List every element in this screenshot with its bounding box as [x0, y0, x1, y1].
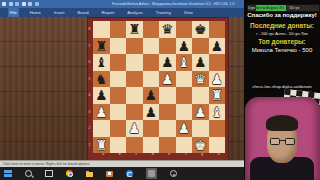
white-piece-r[interactable]: ♜	[211, 87, 223, 104]
square-d7[interactable]	[143, 38, 160, 55]
search-icon[interactable]	[25, 170, 32, 177]
black-piece-p[interactable]: ♟	[145, 104, 157, 121]
white-piece-q[interactable]: ♛	[194, 71, 206, 88]
square-a7[interactable]: ♜	[93, 38, 110, 55]
square-g7[interactable]	[192, 38, 209, 55]
square-h5[interactable]: ♟	[209, 71, 226, 88]
square-g5[interactable]: ♛	[192, 71, 209, 88]
board-grid[interactable]: ♜♛♚♜♟♟♝♟♝♟♞♟♛♟♟♟♜♟♟♟♝♟♟♜♚	[93, 21, 225, 153]
square-c1[interactable]	[126, 137, 143, 154]
start-icon[interactable]	[4, 170, 12, 178]
square-h2[interactable]	[209, 120, 226, 137]
webcam-panel: 0 грн Виктор Андреев 375 500 грн Спасибо…	[244, 0, 320, 180]
rank-label-4: 4	[88, 87, 92, 104]
ribbon-tab-report[interactable]: Report	[100, 8, 117, 17]
square-c7[interactable]	[126, 38, 143, 55]
square-b1[interactable]	[110, 137, 127, 154]
rank-label-1: 1	[88, 137, 92, 154]
print-icon[interactable]	[22, 2, 26, 6]
donation-progress-bar: 0 грн Виктор Андреев 375 500 грн	[247, 4, 320, 12]
donation-bar-min: 0 грн	[248, 5, 256, 11]
square-b3[interactable]	[110, 104, 127, 121]
chessbase-window: FernandoStefani,Adrian - Megapanov,chess…	[0, 0, 244, 180]
square-e5[interactable]: ♟	[159, 71, 176, 88]
streamer-hair	[266, 115, 298, 131]
square-b2[interactable]	[110, 120, 127, 137]
file-label-c: c	[128, 152, 145, 156]
square-h8[interactable]	[209, 21, 226, 38]
taskview-icon[interactable]	[45, 170, 53, 177]
square-d8[interactable]	[143, 21, 160, 38]
square-h6[interactable]	[209, 54, 226, 71]
square-b7[interactable]	[110, 38, 127, 55]
white-piece-r[interactable]: ♜	[95, 137, 107, 154]
rank-label-2: 2	[88, 120, 92, 137]
top-donors-title: Топ донатеры:	[244, 38, 320, 45]
ribbon-tab-board[interactable]: Board	[75, 8, 90, 17]
square-a1[interactable]: ♜	[93, 137, 110, 154]
active-app-icon[interactable]	[146, 168, 157, 179]
ribbon-tab-analysis[interactable]: Analysis	[125, 8, 145, 17]
square-b5[interactable]	[110, 71, 127, 88]
white-piece-p[interactable]: ♟	[128, 120, 140, 137]
thanks-text: Спасибо за поддержку!	[244, 12, 320, 18]
donation-bar-goal: 500 грн	[289, 5, 319, 11]
square-e4[interactable]	[159, 87, 176, 104]
white-piece-b[interactable]: ♝	[211, 104, 223, 121]
windows-taskbar[interactable]	[0, 167, 244, 180]
white-piece-p[interactable]: ♟	[95, 104, 107, 121]
ribbon-tab-file[interactable]: File	[8, 8, 19, 17]
black-piece-r[interactable]: ♜	[95, 38, 107, 55]
save-icon[interactable]	[15, 2, 19, 6]
black-piece-p[interactable]: ♟	[178, 38, 190, 55]
file-label-h: h	[211, 152, 228, 156]
ribbon-tab-view[interactable]: View	[182, 8, 195, 17]
file-label-a: a	[95, 152, 112, 156]
new-icon[interactable]	[2, 2, 6, 6]
rank-label-5: 5	[88, 71, 92, 88]
file-label-d: d	[145, 152, 162, 156]
black-piece-n[interactable]: ♞	[95, 71, 107, 88]
white-piece-p[interactable]: ♟	[194, 104, 206, 121]
white-piece-p[interactable]: ♟	[211, 71, 223, 88]
square-a2[interactable]	[93, 120, 110, 137]
chess-board[interactable]: ♜♛♚♜♟♟♝♟♝♟♞♟♛♟♟♟♜♟♟♟♝♟♟♜♚	[87, 17, 229, 161]
square-h3[interactable]: ♝	[209, 104, 226, 121]
open-icon[interactable]	[9, 2, 13, 6]
square-d6[interactable]	[143, 54, 160, 71]
square-h4[interactable]: ♜	[209, 87, 226, 104]
glasses-lens-right	[285, 138, 295, 145]
edge-icon[interactable]	[126, 170, 133, 177]
white-piece-b[interactable]: ♝	[178, 54, 190, 71]
square-b4[interactable]	[110, 87, 127, 104]
streamer-glasses	[269, 138, 296, 146]
square-e2[interactable]	[159, 120, 176, 137]
square-b6[interactable]	[110, 54, 127, 71]
black-piece-p[interactable]: ♟	[145, 87, 157, 104]
black-piece-b[interactable]: ♝	[95, 54, 107, 71]
quick-access-toolbar[interactable]	[2, 2, 39, 6]
black-piece-r[interactable]: ♜	[128, 21, 140, 38]
square-f4[interactable]	[176, 87, 193, 104]
undo-icon[interactable]	[28, 2, 32, 6]
square-f3[interactable]	[176, 104, 193, 121]
donate-url: chess-fan-shop.diaka.ua/donate	[244, 84, 320, 89]
square-g1[interactable]: ♚	[192, 137, 209, 154]
square-g8[interactable]: ♚	[192, 21, 209, 38]
square-h1[interactable]	[209, 137, 226, 154]
square-d3[interactable]: ♟	[143, 104, 160, 121]
rank-labels: 87654321	[88, 21, 92, 153]
store-icon[interactable]	[106, 171, 113, 178]
square-f8[interactable]	[176, 21, 193, 38]
window-title: FernandoStefani,Adrian - Megapanov,chess…	[112, 2, 240, 6]
square-c3[interactable]	[126, 104, 143, 121]
white-piece-p[interactable]: ♟	[178, 120, 190, 137]
folder-icon[interactable]	[86, 172, 93, 177]
square-c4[interactable]	[126, 87, 143, 104]
recent-donations-line: г - 100 грн Антон - 50 грн Лев	[244, 32, 320, 36]
title-bar[interactable]: FernandoStefani,Adrian - Megapanov,chess…	[0, 0, 244, 8]
square-d5[interactable]	[143, 71, 160, 88]
square-h7[interactable]: ♟	[209, 38, 226, 55]
square-a8[interactable]	[93, 21, 110, 38]
ribbon-tab-training[interactable]: Training	[154, 8, 173, 17]
chrome-icon[interactable]	[66, 170, 73, 177]
file-label-f: f	[178, 152, 195, 156]
rank-label-8: 8	[88, 21, 92, 38]
square-e1[interactable]	[159, 137, 176, 154]
status-bar: Click here to enter a move. Right-click …	[0, 160, 244, 167]
file-label-e: e	[161, 152, 178, 156]
square-f2[interactable]: ♟	[176, 120, 193, 137]
square-c2[interactable]: ♟	[126, 120, 143, 137]
square-d4[interactable]: ♟	[143, 87, 160, 104]
square-d1[interactable]	[143, 137, 160, 154]
rank-label-3: 3	[88, 104, 92, 121]
black-piece-p[interactable]: ♟	[95, 87, 107, 104]
square-a3[interactable]: ♟	[93, 104, 110, 121]
file-label-b: b	[112, 152, 129, 156]
square-e7[interactable]	[159, 38, 176, 55]
white-piece-k[interactable]: ♚	[194, 137, 206, 154]
square-f7[interactable]: ♟	[176, 38, 193, 55]
square-c8[interactable]: ♜	[126, 21, 143, 38]
ribbon-tab-insert[interactable]: Insert	[52, 8, 66, 17]
square-f6[interactable]: ♝	[176, 54, 193, 71]
square-a6[interactable]: ♝	[93, 54, 110, 71]
square-c6[interactable]	[126, 54, 143, 71]
file-labels: abcdefgh	[95, 152, 227, 156]
black-piece-p[interactable]: ♟	[211, 38, 223, 55]
rank-label-6: 6	[88, 54, 92, 71]
ribbon-tab-home[interactable]: Home	[28, 8, 43, 17]
square-d2[interactable]	[143, 120, 160, 137]
square-g3[interactable]: ♟	[192, 104, 209, 121]
donation-bar-current: Виктор Андреев 375	[256, 5, 289, 11]
square-a4[interactable]: ♟	[93, 87, 110, 104]
top-donor-line: Микола Тепичко - 500	[244, 47, 320, 53]
square-g4[interactable]	[192, 87, 209, 104]
square-f1[interactable]	[176, 137, 193, 154]
square-b8[interactable]	[110, 21, 127, 38]
square-e3[interactable]	[159, 104, 176, 121]
black-piece-p[interactable]: ♟	[194, 54, 206, 71]
square-c5[interactable]	[126, 71, 143, 88]
board-icon[interactable]	[35, 2, 39, 6]
recent-donations-title: Последние донаты:	[244, 22, 320, 29]
file-label-g: g	[194, 152, 211, 156]
black-piece-k[interactable]: ♚	[194, 21, 206, 38]
ribbon-tab-bar[interactable]: FileHomeInsertBoardReportAnalysisTrainin…	[0, 8, 244, 17]
square-a5[interactable]: ♞	[93, 71, 110, 88]
square-f5[interactable]	[176, 71, 193, 88]
square-g2[interactable]	[192, 120, 209, 137]
circle-icon[interactable]	[170, 170, 177, 177]
square-e8[interactable]: ♛	[159, 21, 176, 38]
black-piece-p[interactable]: ♟	[161, 54, 173, 71]
white-piece-p[interactable]: ♟	[161, 71, 173, 88]
black-piece-q[interactable]: ♛	[161, 21, 173, 38]
square-e6[interactable]: ♟	[159, 54, 176, 71]
square-g6[interactable]: ♟	[192, 54, 209, 71]
glasses-lens-left	[270, 138, 280, 145]
rank-label-7: 7	[88, 38, 92, 55]
